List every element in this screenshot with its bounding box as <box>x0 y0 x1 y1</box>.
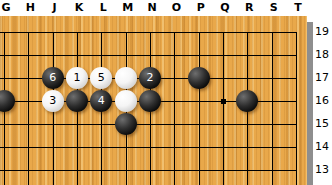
row-label-17: 17 <box>315 72 332 84</box>
row-label-16: 16 <box>315 95 332 107</box>
column-label-S: S <box>265 2 283 14</box>
grid-line-row-19 <box>0 32 297 33</box>
black-stone-J17[interactable]: 6 <box>42 67 64 89</box>
black-stone-M15[interactable] <box>115 113 137 135</box>
row-label-15: 15 <box>315 118 332 130</box>
white-stone-M16[interactable] <box>115 90 137 112</box>
column-label-J: J <box>46 2 64 14</box>
row-label-13: 13 <box>315 164 332 176</box>
column-label-K: K <box>70 2 88 14</box>
black-stone-N17[interactable]: 2 <box>139 67 161 89</box>
board-shadow <box>307 22 313 185</box>
column-label-G: G <box>0 2 15 14</box>
row-label-18: 18 <box>315 49 332 61</box>
column-label-O: O <box>167 2 185 14</box>
column-label-P: P <box>192 2 210 14</box>
column-label-T: T <box>289 2 307 14</box>
grid-line-row-15 <box>0 124 297 125</box>
row-label-19: 19 <box>315 26 332 38</box>
column-label-Q: Q <box>216 2 234 14</box>
column-label-M: M <box>119 2 137 14</box>
white-stone-J16[interactable]: 3 <box>42 90 64 112</box>
black-stone-N16[interactable] <box>139 90 161 112</box>
black-stone-P17[interactable] <box>188 67 210 89</box>
white-stone-K17[interactable]: 1 <box>66 67 88 89</box>
column-label-L: L <box>94 2 112 14</box>
row-label-14: 14 <box>315 141 332 153</box>
go-board-diagram: GHJKLMNOPQRST19181716151413 631542 <box>0 0 332 185</box>
column-label-N: N <box>143 2 161 14</box>
black-stone-K16[interactable] <box>66 90 88 112</box>
column-label-R: R <box>240 2 258 14</box>
white-stone-M17[interactable] <box>115 67 137 89</box>
star-point-Q16 <box>221 99 226 104</box>
grid-line-row-14 <box>0 147 297 148</box>
grid-line-row-13 <box>0 170 297 171</box>
column-label-H: H <box>21 2 39 14</box>
grid-line-row-18 <box>0 55 297 56</box>
